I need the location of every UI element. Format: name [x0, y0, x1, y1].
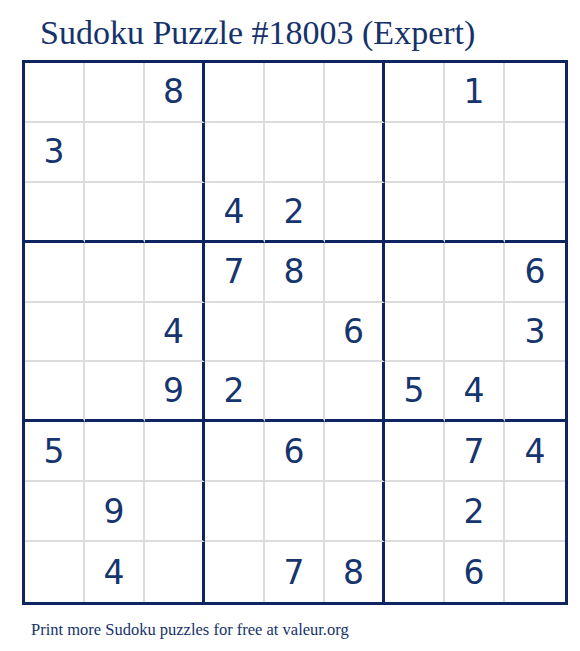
sudoku-cell-r9c4[interactable] [205, 542, 265, 602]
sudoku-cell-r6c1[interactable] [25, 362, 85, 422]
sudoku-cell-r1c4[interactable] [205, 63, 265, 123]
sudoku-cell-r5c3[interactable]: 4 [145, 303, 205, 363]
sudoku-cell-r3c3[interactable] [145, 183, 205, 243]
sudoku-cell-r9c8[interactable]: 6 [445, 542, 505, 602]
sudoku-cell-r7c7[interactable] [385, 422, 445, 482]
sudoku-cell-r6c3[interactable]: 9 [145, 362, 205, 422]
sudoku-cell-r1c6[interactable] [325, 63, 385, 123]
sudoku-cell-r8c8[interactable]: 2 [445, 482, 505, 542]
sudoku-cell-r3c7[interactable] [385, 183, 445, 243]
sudoku-cell-r3c1[interactable] [25, 183, 85, 243]
sudoku-cell-r4c2[interactable] [85, 243, 145, 303]
sudoku-cell-r7c2[interactable] [85, 422, 145, 482]
sudoku-cell-r1c8[interactable]: 1 [445, 63, 505, 123]
sudoku-cell-r4c5[interactable]: 8 [265, 243, 325, 303]
sudoku-cell-r6c4[interactable]: 2 [205, 362, 265, 422]
sudoku-cell-r6c8[interactable]: 4 [445, 362, 505, 422]
sudoku-cell-r1c1[interactable] [25, 63, 85, 123]
sudoku-cell-r5c5[interactable] [265, 303, 325, 363]
sudoku-cell-r8c9[interactable] [505, 482, 565, 542]
sudoku-cell-r9c6[interactable]: 8 [325, 542, 385, 602]
sudoku-cell-r7c9[interactable]: 4 [505, 422, 565, 482]
sudoku-cell-r7c8[interactable]: 7 [445, 422, 505, 482]
sudoku-cell-r5c7[interactable] [385, 303, 445, 363]
sudoku-cell-r4c9[interactable]: 6 [505, 243, 565, 303]
sudoku-cell-r2c5[interactable] [265, 123, 325, 183]
sudoku-cell-r1c7[interactable] [385, 63, 445, 123]
sudoku-cell-r2c3[interactable] [145, 123, 205, 183]
sudoku-cell-r2c1[interactable]: 3 [25, 123, 85, 183]
sudoku-cell-r5c2[interactable] [85, 303, 145, 363]
sudoku-cell-r5c4[interactable] [205, 303, 265, 363]
sudoku-cell-r6c2[interactable] [85, 362, 145, 422]
sudoku-cell-r9c3[interactable] [145, 542, 205, 602]
sudoku-cell-r8c2[interactable]: 9 [85, 482, 145, 542]
sudoku-cell-r8c1[interactable] [25, 482, 85, 542]
sudoku-cell-r2c9[interactable] [505, 123, 565, 183]
footer-credit: Print more Sudoku puzzles for free at va… [31, 620, 349, 640]
sudoku-cell-r3c5[interactable]: 2 [265, 183, 325, 243]
sudoku-cell-r4c3[interactable] [145, 243, 205, 303]
sudoku-cell-r7c4[interactable] [205, 422, 265, 482]
sudoku-cell-r6c6[interactable] [325, 362, 385, 422]
sudoku-cell-r5c6[interactable]: 6 [325, 303, 385, 363]
sudoku-cell-r2c2[interactable] [85, 123, 145, 183]
sudoku-cell-r3c9[interactable] [505, 183, 565, 243]
sudoku-cell-r2c7[interactable] [385, 123, 445, 183]
sudoku-cell-r7c5[interactable]: 6 [265, 422, 325, 482]
sudoku-page: Sudoku Puzzle #18003 (Expert) 8134278646… [0, 0, 580, 651]
sudoku-cell-r9c5[interactable]: 7 [265, 542, 325, 602]
sudoku-cell-r1c3[interactable]: 8 [145, 63, 205, 123]
sudoku-cell-r4c1[interactable] [25, 243, 85, 303]
sudoku-cell-r7c1[interactable]: 5 [25, 422, 85, 482]
sudoku-cell-r7c6[interactable] [325, 422, 385, 482]
sudoku-cell-r6c9[interactable] [505, 362, 565, 422]
sudoku-cell-r1c9[interactable] [505, 63, 565, 123]
sudoku-board: 8134278646392545674924786 [22, 60, 568, 605]
sudoku-cell-r4c6[interactable] [325, 243, 385, 303]
sudoku-cell-r8c3[interactable] [145, 482, 205, 542]
sudoku-cell-r9c9[interactable] [505, 542, 565, 602]
sudoku-cell-r3c4[interactable]: 4 [205, 183, 265, 243]
sudoku-cell-r1c2[interactable] [85, 63, 145, 123]
sudoku-cell-r4c8[interactable] [445, 243, 505, 303]
sudoku-cell-r4c4[interactable]: 7 [205, 243, 265, 303]
sudoku-cell-r2c6[interactable] [325, 123, 385, 183]
sudoku-cell-r5c1[interactable] [25, 303, 85, 363]
sudoku-cell-r3c6[interactable] [325, 183, 385, 243]
sudoku-cell-r1c5[interactable] [265, 63, 325, 123]
sudoku-cell-r3c8[interactable] [445, 183, 505, 243]
sudoku-cell-r2c8[interactable] [445, 123, 505, 183]
sudoku-cell-r7c3[interactable] [145, 422, 205, 482]
sudoku-cell-r5c9[interactable]: 3 [505, 303, 565, 363]
sudoku-cell-r8c4[interactable] [205, 482, 265, 542]
sudoku-cell-r3c2[interactable] [85, 183, 145, 243]
sudoku-cell-r5c8[interactable] [445, 303, 505, 363]
sudoku-cell-r8c7[interactable] [385, 482, 445, 542]
sudoku-cell-r9c1[interactable] [25, 542, 85, 602]
sudoku-cell-r9c7[interactable] [385, 542, 445, 602]
sudoku-cell-r6c7[interactable]: 5 [385, 362, 445, 422]
sudoku-cell-r8c5[interactable] [265, 482, 325, 542]
sudoku-cell-r9c2[interactable]: 4 [85, 542, 145, 602]
sudoku-cell-r8c6[interactable] [325, 482, 385, 542]
sudoku-cell-r2c4[interactable] [205, 123, 265, 183]
sudoku-cell-r4c7[interactable] [385, 243, 445, 303]
page-title: Sudoku Puzzle #18003 (Expert) [40, 14, 475, 51]
sudoku-cell-r6c5[interactable] [265, 362, 325, 422]
